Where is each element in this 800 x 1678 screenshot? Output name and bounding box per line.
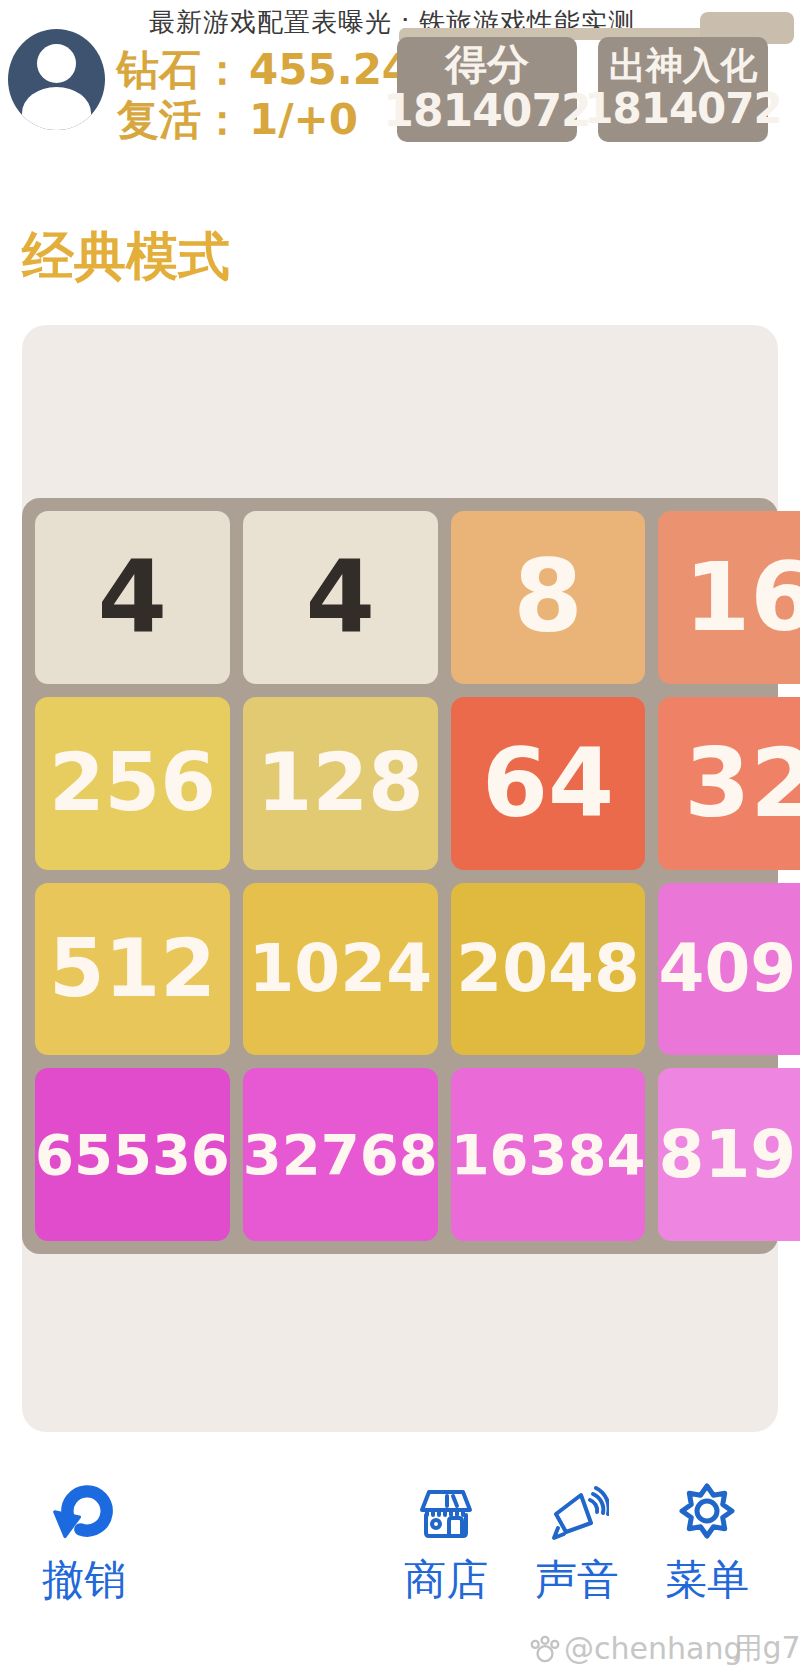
sound-label: 声音 [535,1552,619,1608]
paw-icon [530,1634,560,1664]
diamond-label: 钻石： [117,45,243,94]
avatar[interactable] [8,29,105,130]
best-value: 1814072 [584,86,782,132]
shop-label: 商店 [404,1552,488,1608]
shop-icon [412,1478,480,1548]
tile-1024: 1024 [243,883,438,1056]
revive-stat: 复活：1/+0 [117,92,358,148]
sound-button[interactable]: 声音 [517,1478,637,1608]
watermark-overlay-text: 用g7 [732,1628,800,1669]
undo-icon [50,1478,118,1548]
tile-64: 64 [451,697,646,870]
tile-8: 8 [451,511,646,684]
tile-128: 128 [243,697,438,870]
tile-16: 16 [658,511,800,684]
best-label: 出神入化 [609,47,757,86]
avatar-body-icon [22,87,91,130]
tile-2048: 2048 [451,883,646,1056]
sound-icon [543,1478,611,1548]
tile-4096: 4096 [658,883,800,1056]
undo-label: 撤销 [42,1552,126,1608]
mode-heading: 经典模式 [22,222,230,292]
tile-65536: 65536 [35,1068,230,1241]
tile-4: 4 [243,511,438,684]
watermark: @chenhang 用g7 [530,1628,800,1669]
score-box: 得分 1814072 [397,37,577,142]
tile-4: 4 [35,511,230,684]
score-label: 得分 [445,43,529,87]
tile-32768: 32768 [243,1068,438,1241]
score-value: 1814072 [383,87,590,135]
game-board[interactable]: 4481625612864325121024204840966553632768… [22,325,778,1432]
gear-icon [673,1478,741,1548]
revive-label: 复活： [117,95,243,144]
tile-8192: 8192 [658,1068,800,1241]
tile-16384: 16384 [451,1068,646,1241]
avatar-head-icon [37,44,76,83]
watermark-text: @chenhang [564,1631,742,1666]
game-screen: 最新游戏配置表曝光：铁旅游戏性能实测 钻石：455.246 复活：1/+0 得分… [0,0,800,1678]
undo-button[interactable]: 撤销 [24,1478,144,1608]
tile-512: 512 [35,883,230,1056]
tile-32: 32 [658,697,800,870]
best-score-box: 出神入化 1814072 [598,37,768,142]
menu-button[interactable]: 菜单 [647,1478,767,1608]
revive-value: 1/+0 [249,95,358,144]
menu-label: 菜单 [665,1552,749,1608]
tile-grid[interactable]: 4481625612864325121024204840966553632768… [22,498,778,1254]
shop-button[interactable]: 商店 [386,1478,506,1608]
tile-256: 256 [35,697,230,870]
